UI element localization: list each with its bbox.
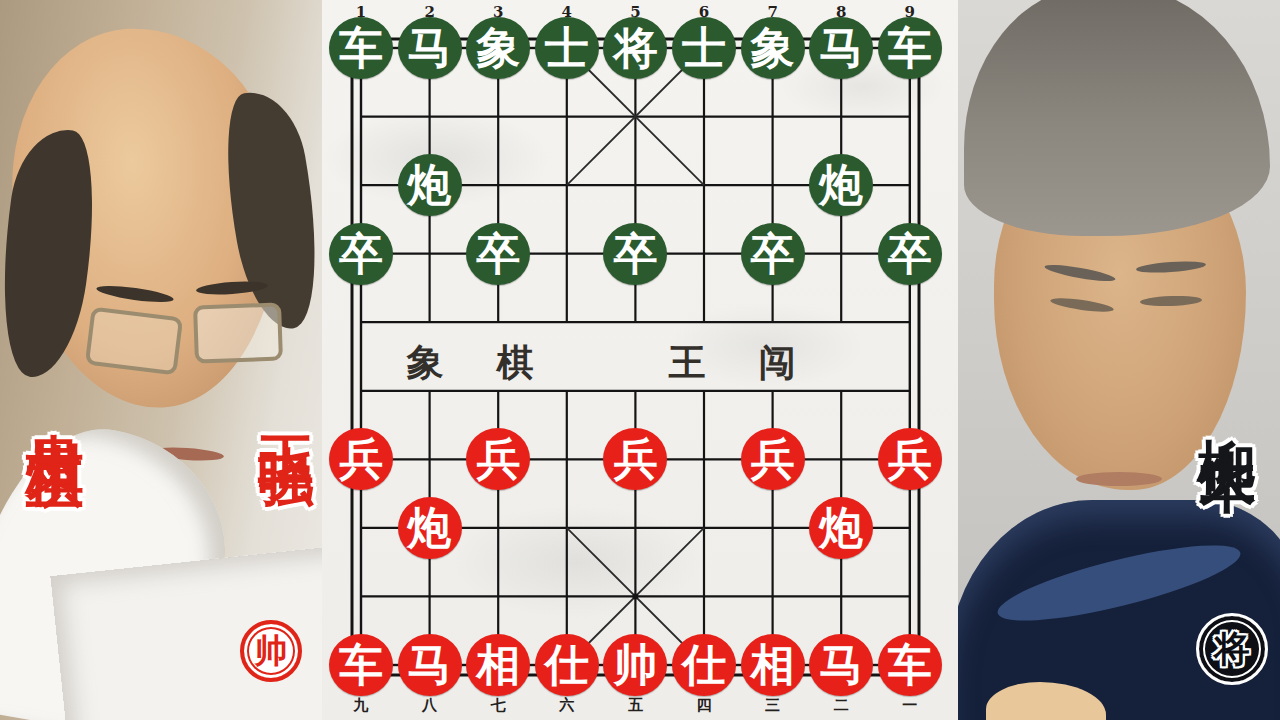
piece-red-仕-f6r10[interactable]: 仕 xyxy=(672,634,736,696)
file-coord-bottom: 九 xyxy=(354,696,369,715)
piece-red-车-f1r10[interactable]: 车 xyxy=(329,634,393,696)
file-coord-bottom: 五 xyxy=(628,696,643,715)
file-coord-bottom: 六 xyxy=(559,696,574,715)
piece-black-炮-f2r3[interactable]: 炮 xyxy=(398,154,462,216)
file-coord-bottom: 四 xyxy=(697,696,712,715)
right-player-photo: 柳大华 将 xyxy=(958,0,1280,720)
river-label-right: 王 闯 xyxy=(669,338,816,388)
piece-red-马-f2r10[interactable]: 马 xyxy=(398,634,462,696)
piece-black-车-f1r1[interactable]: 车 xyxy=(329,17,393,79)
piece-black-炮-f8r3[interactable]: 炮 xyxy=(809,154,873,216)
glasses-lens xyxy=(193,302,283,363)
piece-red-帅-f5r10[interactable]: 帅 xyxy=(603,634,667,696)
file-coord-bottom: 三 xyxy=(765,696,780,715)
piece-red-车-f9r10[interactable]: 车 xyxy=(878,634,942,696)
piece-black-卒-f3r4[interactable]: 卒 xyxy=(466,223,530,285)
piece-red-仕-f4r10[interactable]: 仕 xyxy=(535,634,599,696)
piece-black-卒-f9r4[interactable]: 卒 xyxy=(878,223,942,285)
black-general-badge: 将 xyxy=(1196,613,1268,685)
file-coord-bottom: 一 xyxy=(902,696,917,715)
piece-black-士-f4r1[interactable]: 士 xyxy=(535,17,599,79)
right-player-hair xyxy=(964,0,1270,236)
glasses-lens xyxy=(85,307,183,376)
piece-black-卒-f1r4[interactable]: 卒 xyxy=(329,223,393,285)
video-frame: 贵州棋王 王晓强 帅 xyxy=(0,0,1280,720)
piece-black-象-f7r1[interactable]: 象 xyxy=(741,17,805,79)
piece-black-车-f9r1[interactable]: 车 xyxy=(878,17,942,79)
piece-red-相-f3r10[interactable]: 相 xyxy=(466,634,530,696)
piece-red-炮-f8r8[interactable]: 炮 xyxy=(809,497,873,559)
piece-red-兵-f7r7[interactable]: 兵 xyxy=(741,428,805,490)
left-player-photo: 贵州棋王 王晓强 帅 xyxy=(0,0,322,720)
piece-black-将-f5r1[interactable]: 将 xyxy=(603,17,667,79)
right-player-mouth xyxy=(1076,472,1162,486)
piece-red-马-f8r10[interactable]: 马 xyxy=(809,634,873,696)
piece-black-马-f8r1[interactable]: 马 xyxy=(809,17,873,79)
piece-black-卒-f7r4[interactable]: 卒 xyxy=(741,223,805,285)
piece-black-士-f6r1[interactable]: 士 xyxy=(672,17,736,79)
right-player-name: 柳大华 xyxy=(1198,392,1256,419)
piece-red-炮-f2r8[interactable]: 炮 xyxy=(398,497,462,559)
piece-red-兵-f1r7[interactable]: 兵 xyxy=(329,428,393,490)
file-coord-bottom: 七 xyxy=(491,696,506,715)
xiangqi-board[interactable]: 象 棋 王 闯 123456789 九八七六五四三二一 车马象士将士象马车炮炮卒… xyxy=(322,0,958,720)
piece-black-马-f2r1[interactable]: 马 xyxy=(398,17,462,79)
file-coord-bottom: 八 xyxy=(422,696,437,715)
file-coord-bottom: 二 xyxy=(834,696,849,715)
piece-black-象-f3r1[interactable]: 象 xyxy=(466,17,530,79)
left-player-name: 王晓强 xyxy=(258,392,314,419)
left-player-title: 贵州棋王 xyxy=(26,386,84,422)
piece-black-卒-f5r4[interactable]: 卒 xyxy=(603,223,667,285)
river-label-left: 象 棋 xyxy=(407,338,554,388)
piece-red-相-f7r10[interactable]: 相 xyxy=(741,634,805,696)
red-general-badge: 帅 xyxy=(240,620,302,682)
piece-red-兵-f9r7[interactable]: 兵 xyxy=(878,428,942,490)
